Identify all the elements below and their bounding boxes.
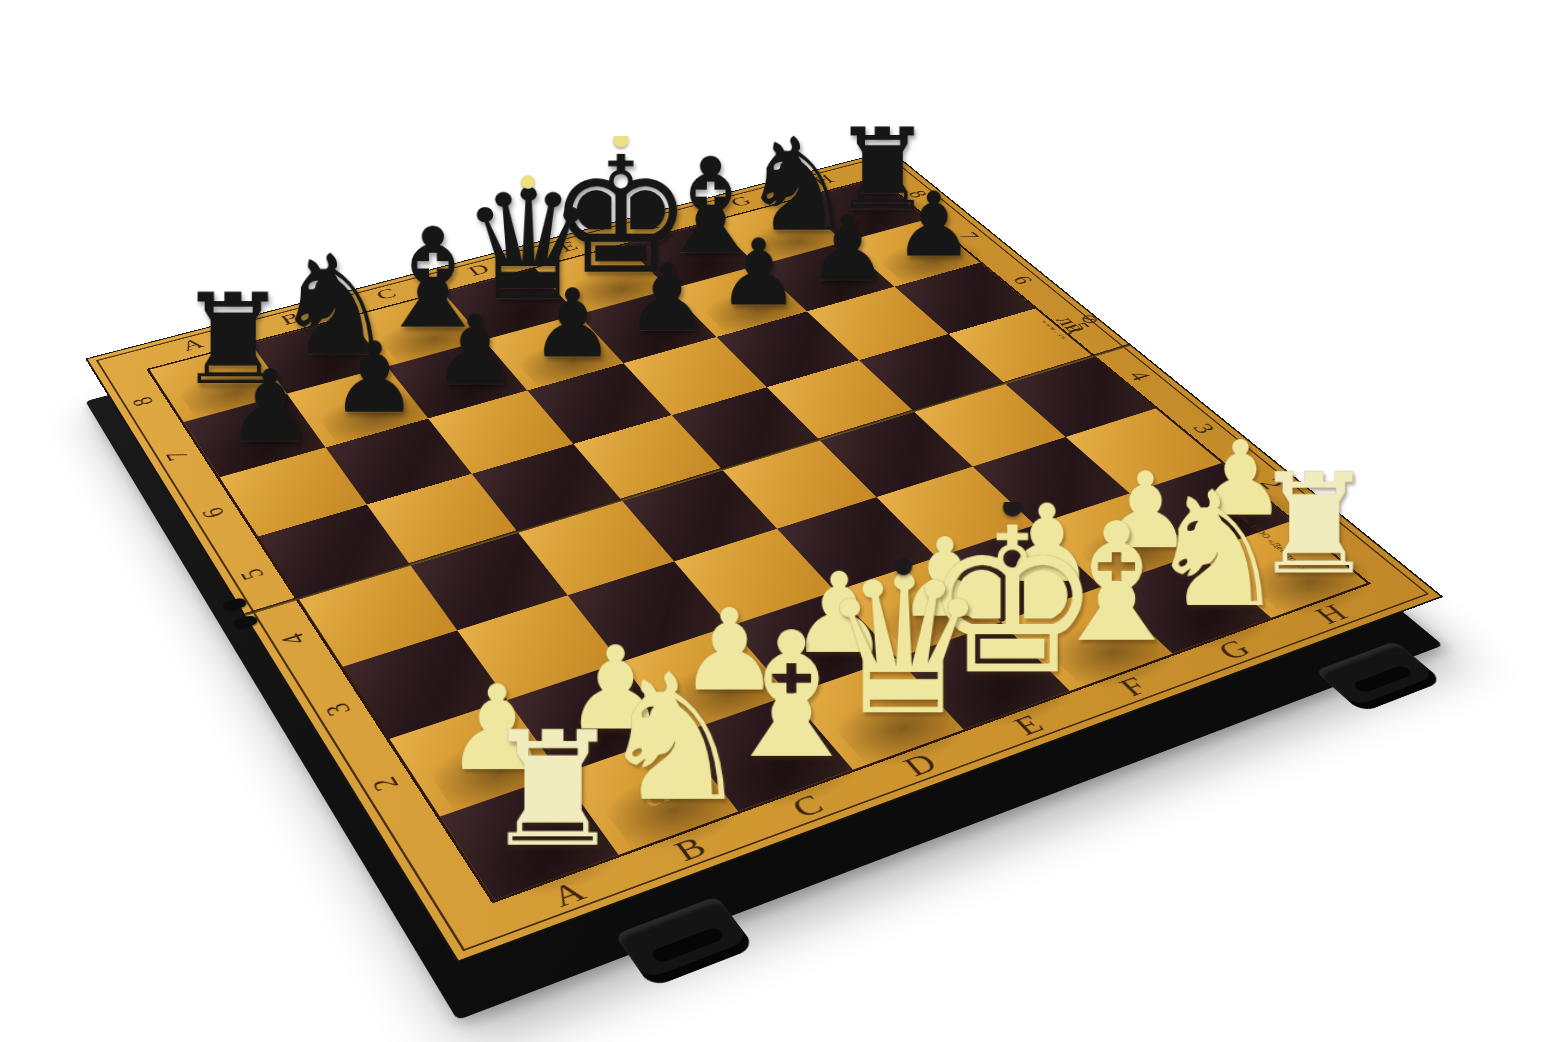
black-pawn-b7: ♟ xyxy=(330,330,418,428)
finial-ball xyxy=(613,132,628,147)
rank-label: 4 xyxy=(1085,353,1195,399)
latch-clasp-right xyxy=(1315,641,1444,713)
black-pawn-a7: ♟ xyxy=(226,357,315,456)
finial-ball xyxy=(521,175,535,189)
latch-clasp-left xyxy=(614,896,755,988)
product-photo-scene: ♜♞♝♛♚♝♞♜♟♟♟♟♟♟♟♟♟♟♟♟♟♟♟♟♜♞♝♛♚♝♞♜ ABCDEFG… xyxy=(0,0,1546,1042)
finial-ball xyxy=(895,558,912,575)
black-pawn-f7: ♟ xyxy=(718,227,800,319)
black-pawn-e7: ♟ xyxy=(625,252,709,345)
white-rook-a1: ♜ xyxy=(482,710,624,869)
chessboard: ♜♞♝♛♚♝♞♜♟♟♟♟♟♟♟♟♟♟♟♟♟♟♟♟♜♞♝♛♚♝♞♜ ABCDEFG… xyxy=(85,150,1443,963)
black-pawn-g7: ♟ xyxy=(807,204,888,294)
black-pawn-c7: ♟ xyxy=(432,303,518,399)
black-pawn-h7: ♟ xyxy=(894,181,974,270)
black-pawn-d7: ♟ xyxy=(530,277,615,372)
board-surface: ♜♞♝♛♚♝♞♜♟♟♟♟♟♟♟♟♟♟♟♟♟♟♟♟♜♞♝♛♚♝♞♜ ABCDEFG… xyxy=(85,150,1443,963)
square-g4 xyxy=(914,384,1066,467)
finial-ball xyxy=(1003,497,1022,516)
rank-label: 6 xyxy=(971,260,1076,301)
